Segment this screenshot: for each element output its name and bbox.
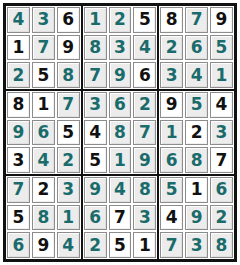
sudoku-cell: 5 — [109, 232, 132, 258]
cell-digit: 8 — [62, 67, 74, 84]
cell-digit: 8 — [216, 237, 228, 254]
sudoku-cell[interactable]: 7 — [7, 177, 30, 203]
cell-digit: 9 — [139, 152, 151, 169]
cell-digit: 3 — [191, 237, 203, 254]
cell-digit: 1 — [191, 181, 203, 198]
cell-digit: 2 — [191, 124, 203, 141]
sudoku-cell[interactable]: 1 — [160, 120, 183, 146]
sudoku-cell[interactable]: 4 — [57, 232, 80, 258]
cell-digit: 2 — [37, 181, 49, 198]
sudoku-cell[interactable]: 6 — [109, 92, 132, 118]
cell-digit: 7 — [216, 152, 228, 169]
cell-digit: 2 — [139, 96, 151, 113]
sudoku-cell[interactable]: 6 — [160, 147, 183, 173]
cell-digit: 9 — [166, 96, 178, 113]
sudoku-box: 125834796 — [82, 5, 159, 90]
sudoku-cell[interactable]: 7 — [160, 232, 183, 258]
cell-digit: 4 — [114, 181, 126, 198]
sudoku-cell[interactable]: 3 — [160, 62, 183, 88]
cell-digit: 1 — [114, 152, 126, 169]
cell-digit: 6 — [166, 152, 178, 169]
cell-digit: 1 — [166, 124, 178, 141]
sudoku-cell[interactable]: 6 — [185, 35, 208, 61]
sudoku-cell[interactable]: 9 — [109, 62, 132, 88]
cell-digit: 6 — [139, 67, 151, 84]
cell-digit: 7 — [166, 237, 178, 254]
sudoku-cell[interactable]: 5 — [210, 35, 233, 61]
sudoku-cell[interactable]: 8 — [32, 205, 55, 231]
sudoku-cell[interactable]: 1 — [57, 205, 80, 231]
cell-digit: 5 — [13, 209, 25, 226]
cell-digit: 3 — [37, 11, 49, 28]
sudoku-cell[interactable]: 6 — [84, 205, 107, 231]
sudoku-cell: 4 — [160, 205, 183, 231]
sudoku-cell: 1 — [185, 177, 208, 203]
sudoku-cell: 9 — [210, 7, 233, 33]
cell-digit: 9 — [62, 39, 74, 56]
cell-digit: 7 — [13, 181, 25, 198]
cell-digit: 3 — [216, 124, 228, 141]
cell-digit: 1 — [139, 237, 151, 254]
sudoku-cell[interactable]: 2 — [7, 62, 30, 88]
cell-digit: 4 — [89, 124, 101, 141]
sudoku-cell[interactable]: 6 — [210, 177, 233, 203]
cell-digit: 2 — [13, 67, 25, 84]
cell-digit: 2 — [62, 152, 74, 169]
cell-digit: 8 — [114, 124, 126, 141]
sudoku-cell: 5 — [7, 205, 30, 231]
sudoku-cell[interactable]: 4 — [133, 35, 156, 61]
sudoku-cell[interactable]: 8 — [210, 232, 233, 258]
cell-digit: 1 — [13, 39, 25, 56]
sudoku-cell[interactable]: 6 — [7, 232, 30, 258]
sudoku-cell[interactable]: 9 — [7, 120, 30, 146]
sudoku-cell[interactable]: 8 — [133, 177, 156, 203]
sudoku-cell[interactable]: 3 — [84, 92, 107, 118]
cell-digit: 7 — [114, 209, 126, 226]
sudoku-cell[interactable]: 2 — [109, 7, 132, 33]
cell-digit: 6 — [62, 11, 74, 28]
cell-digit: 6 — [191, 39, 203, 56]
cell-digit: 7 — [62, 96, 74, 113]
sudoku-cell: 9 — [57, 35, 80, 61]
cell-digit: 8 — [139, 181, 151, 198]
sudoku-box: 516492738 — [158, 175, 235, 260]
sudoku-cell: 7 — [210, 147, 233, 173]
cell-digit: 9 — [89, 181, 101, 198]
cell-digit: 5 — [89, 152, 101, 169]
sudoku-cell[interactable]: 6 — [32, 120, 55, 146]
sudoku-cell[interactable]: 8 — [109, 120, 132, 146]
cell-digit: 8 — [166, 11, 178, 28]
sudoku-cell: 1 — [133, 232, 156, 258]
sudoku-cell[interactable]: 1 — [109, 147, 132, 173]
sudoku-box: 723581694 — [5, 175, 82, 260]
cell-digit: 7 — [37, 39, 49, 56]
cell-digit: 8 — [89, 39, 101, 56]
sudoku-cell[interactable]: 7 — [84, 62, 107, 88]
sudoku-cell: 8 — [7, 92, 30, 118]
sudoku-box: 817965342 — [5, 90, 82, 175]
cell-digit: 6 — [114, 96, 126, 113]
sudoku-cell: 2 — [185, 120, 208, 146]
cell-digit: 4 — [166, 209, 178, 226]
sudoku-cell: 7 — [109, 205, 132, 231]
cell-digit: 1 — [89, 11, 101, 28]
sudoku-cell[interactable]: 3 — [32, 7, 55, 33]
cell-digit: 5 — [216, 39, 228, 56]
sudoku-cell[interactable]: 4 — [109, 177, 132, 203]
cell-digit: 7 — [139, 124, 151, 141]
sudoku-cell[interactable]: 2 — [133, 92, 156, 118]
sudoku-cell[interactable]: 2 — [57, 147, 80, 173]
sudoku-cell[interactable]: 3 — [109, 35, 132, 61]
sudoku-cell: 8 — [160, 7, 183, 33]
sudoku-cell[interactable]: 8 — [84, 35, 107, 61]
sudoku-box: 436179258 — [5, 5, 82, 90]
sudoku-cell[interactable]: 1 — [210, 62, 233, 88]
cell-digit: 3 — [89, 96, 101, 113]
sudoku-cell[interactable]: 7 — [133, 120, 156, 146]
cell-digit: 6 — [37, 124, 49, 141]
cell-digit: 5 — [191, 96, 203, 113]
sudoku-cell: 5 — [84, 147, 107, 173]
cell-digit: 3 — [62, 181, 74, 198]
cell-digit: 3 — [139, 209, 151, 226]
sudoku-cell: 6 — [133, 62, 156, 88]
sudoku-cell[interactable]: 2 — [160, 35, 183, 61]
cell-digit: 2 — [216, 209, 228, 226]
cell-digit: 9 — [191, 209, 203, 226]
sudoku-cell[interactable]: 5 — [160, 177, 183, 203]
cell-digit: 7 — [89, 67, 101, 84]
sudoku-app: 4361792581258347968792653418179653423624… — [0, 0, 240, 265]
sudoku-cell[interactable]: 4 — [185, 62, 208, 88]
cell-digit: 8 — [37, 209, 49, 226]
cell-digit: 4 — [139, 39, 151, 56]
sudoku-cell[interactable]: 7 — [185, 7, 208, 33]
sudoku-cell[interactable]: 2 — [84, 232, 107, 258]
sudoku-cell: 1 — [7, 35, 30, 61]
cell-digit: 2 — [89, 237, 101, 254]
cell-digit: 1 — [62, 209, 74, 226]
sudoku-cell[interactable]: 7 — [32, 35, 55, 61]
cell-digit: 9 — [114, 67, 126, 84]
sudoku-cell[interactable]: 3 — [210, 120, 233, 146]
sudoku-cell: 5 — [133, 7, 156, 33]
sudoku-box: 879265341 — [158, 5, 235, 90]
cell-digit: 5 — [114, 237, 126, 254]
cell-digit: 1 — [216, 67, 228, 84]
cell-digit: 9 — [37, 237, 49, 254]
cell-digit: 7 — [191, 11, 203, 28]
cell-digit: 3 — [13, 152, 25, 169]
sudoku-cell: 4 — [84, 120, 107, 146]
cell-digit: 3 — [166, 67, 178, 84]
cell-digit: 5 — [62, 124, 74, 141]
sudoku-cell: 3 — [7, 147, 30, 173]
sudoku-cell: 9 — [32, 232, 55, 258]
cell-digit: 5 — [37, 67, 49, 84]
sudoku-cell[interactable]: 5 — [185, 92, 208, 118]
sudoku-cell[interactable]: 3 — [185, 232, 208, 258]
cell-digit: 6 — [216, 181, 228, 198]
sudoku-cell[interactable]: 3 — [57, 177, 80, 203]
sudoku-box: 954123687 — [158, 90, 235, 175]
cell-digit: 4 — [62, 237, 74, 254]
cell-digit: 9 — [13, 124, 25, 141]
sudoku-cell[interactable]: 2 — [210, 205, 233, 231]
sudoku-cell: 6 — [57, 7, 80, 33]
cell-digit: 5 — [166, 181, 178, 198]
cell-digit: 6 — [13, 237, 25, 254]
sudoku-cell: 1 — [32, 92, 55, 118]
sudoku-grid: 4361792581258347968792653418179653423624… — [3, 3, 237, 262]
sudoku-cell: 4 — [210, 92, 233, 118]
cell-digit: 4 — [37, 152, 49, 169]
cell-digit: 5 — [139, 11, 151, 28]
sudoku-cell[interactable]: 9 — [84, 177, 107, 203]
cell-digit: 4 — [216, 96, 228, 113]
cell-digit: 9 — [216, 11, 228, 28]
cell-digit: 6 — [89, 209, 101, 226]
sudoku-cell[interactable]: 8 — [57, 62, 80, 88]
cell-digit: 2 — [166, 39, 178, 56]
cell-digit: 4 — [191, 67, 203, 84]
sudoku-cell: 2 — [32, 177, 55, 203]
sudoku-cell[interactable]: 7 — [57, 92, 80, 118]
cell-digit: 1 — [37, 96, 49, 113]
sudoku-cell[interactable]: 8 — [185, 147, 208, 173]
sudoku-cell[interactable]: 1 — [84, 7, 107, 33]
cell-digit: 8 — [13, 96, 25, 113]
cell-digit: 4 — [13, 11, 25, 28]
sudoku-cell: 9 — [160, 92, 183, 118]
sudoku-box: 948673251 — [82, 175, 159, 260]
sudoku-box: 362487519 — [82, 90, 159, 175]
sudoku-cell[interactable]: 9 — [185, 205, 208, 231]
sudoku-cell[interactable]: 3 — [133, 205, 156, 231]
sudoku-cell[interactable]: 4 — [7, 7, 30, 33]
cell-digit: 2 — [114, 11, 126, 28]
sudoku-cell[interactable]: 4 — [32, 147, 55, 173]
sudoku-cell: 5 — [57, 120, 80, 146]
cell-digit: 8 — [191, 152, 203, 169]
cell-digit: 3 — [114, 39, 126, 56]
sudoku-cell: 5 — [32, 62, 55, 88]
sudoku-cell[interactable]: 9 — [133, 147, 156, 173]
